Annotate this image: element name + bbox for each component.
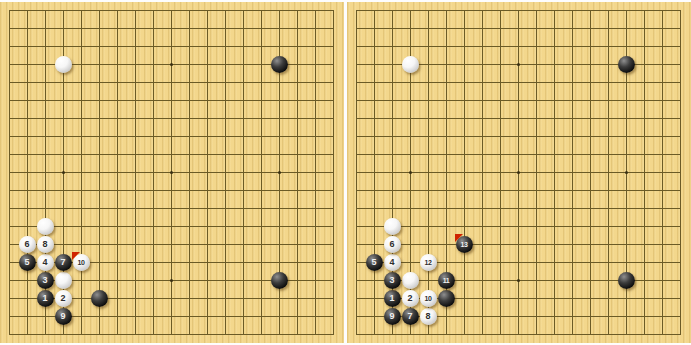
stone-black-move-3: 3 (384, 272, 401, 289)
grid-line-vertical (297, 10, 298, 335)
stone-white-move-6: 6 (19, 236, 36, 253)
grid-line-horizontal (356, 244, 681, 245)
move-number: 6 (24, 240, 29, 249)
grid-line-vertical (225, 10, 226, 335)
grid-line-horizontal (356, 334, 681, 335)
move-number: 8 (42, 240, 47, 249)
stone-white (55, 272, 72, 289)
move-number: 9 (389, 312, 394, 321)
star-point (170, 171, 173, 174)
grid-line-vertical (333, 10, 334, 335)
last-move-marker-icon (455, 234, 463, 242)
grid-line-horizontal (9, 244, 334, 245)
stone-white-move-4: 4 (384, 254, 401, 271)
stone-white-move-10: 10 (73, 254, 90, 271)
last-move-marker-icon (72, 252, 80, 260)
move-number: 4 (42, 258, 47, 267)
grid-line-vertical (261, 10, 262, 335)
stone-white-move-10: 10 (420, 290, 437, 307)
move-number: 13 (461, 241, 468, 248)
move-number: 3 (389, 276, 394, 285)
move-number: 11 (443, 277, 449, 284)
stone-black (271, 272, 288, 289)
grid-line-horizontal (356, 208, 681, 209)
grid-line-horizontal (9, 226, 334, 227)
grid-line-vertical (536, 10, 537, 335)
stone-black-move-13: 13 (456, 236, 473, 253)
move-number: 6 (389, 240, 394, 249)
star-point (517, 279, 520, 282)
stone-black-move-3: 3 (37, 272, 54, 289)
move-number: 3 (42, 276, 47, 285)
move-number: 5 (371, 258, 376, 267)
stone-black-move-9: 9 (55, 308, 72, 325)
move-number: 9 (60, 312, 65, 321)
stone-black-move-11: 11 (438, 272, 455, 289)
stone-white-move-4: 4 (37, 254, 54, 271)
star-point (625, 171, 628, 174)
move-number: 2 (407, 294, 412, 303)
grid-line-horizontal (9, 334, 334, 335)
grid-line-vertical (680, 10, 681, 335)
go-board-right[interactable]: 12345678910111213 (347, 2, 691, 343)
stone-white (384, 218, 401, 235)
move-number: 8 (425, 312, 430, 321)
grid-line-horizontal (9, 208, 334, 209)
grid-line-horizontal (356, 190, 681, 191)
stone-black-move-7: 7 (55, 254, 72, 271)
stone-black-move-1: 1 (37, 290, 54, 307)
move-number: 4 (389, 258, 394, 267)
stone-white-move-8: 8 (420, 308, 437, 325)
stone-black-move-5: 5 (366, 254, 383, 271)
stone-white (37, 218, 54, 235)
stone-black-move-9: 9 (384, 308, 401, 325)
stone-black (618, 272, 635, 289)
move-number: 1 (42, 294, 47, 303)
move-number: 5 (24, 258, 29, 267)
grid-line-horizontal (9, 190, 334, 191)
move-number: 7 (407, 312, 412, 321)
stone-black (618, 56, 635, 73)
go-board-left[interactable]: 12345678910 (0, 2, 344, 343)
stone-white-move-12: 12 (420, 254, 437, 271)
star-point (62, 171, 65, 174)
go-diagrams-panel: 12345678910 12345678910111213 (0, 0, 691, 345)
stone-black (271, 56, 288, 73)
move-number: 2 (60, 294, 65, 303)
move-number: 10 (425, 295, 432, 302)
star-point (409, 171, 412, 174)
grid-line-vertical (608, 10, 609, 335)
grid-line-vertical (554, 10, 555, 335)
stone-white-move-2: 2 (55, 290, 72, 307)
star-point (517, 171, 520, 174)
grid-line-vertical (644, 10, 645, 335)
grid-line-vertical (590, 10, 591, 335)
grid-line-horizontal (356, 226, 681, 227)
move-number: 10 (78, 259, 85, 266)
stone-black-move-1: 1 (384, 290, 401, 307)
stone-white (402, 56, 419, 73)
grid-line-vertical (315, 10, 316, 335)
move-number: 12 (425, 259, 432, 266)
grid-line-vertical (207, 10, 208, 335)
stone-white (55, 56, 72, 73)
stone-white-move-6: 6 (384, 236, 401, 253)
move-number: 7 (60, 258, 65, 267)
stone-black (438, 290, 455, 307)
grid-line-vertical (572, 10, 573, 335)
stone-black (91, 290, 108, 307)
stone-black-move-7: 7 (402, 308, 419, 325)
move-number: 1 (389, 294, 394, 303)
stone-white-move-8: 8 (37, 236, 54, 253)
grid-line-vertical (189, 10, 190, 335)
star-point (170, 279, 173, 282)
grid-line-vertical (243, 10, 244, 335)
star-point (278, 171, 281, 174)
grid-line-vertical (662, 10, 663, 335)
stone-white (402, 272, 419, 289)
star-point (517, 63, 520, 66)
stone-white-move-2: 2 (402, 290, 419, 307)
grid-line-horizontal (356, 262, 681, 263)
stone-black-move-5: 5 (19, 254, 36, 271)
star-point (170, 63, 173, 66)
